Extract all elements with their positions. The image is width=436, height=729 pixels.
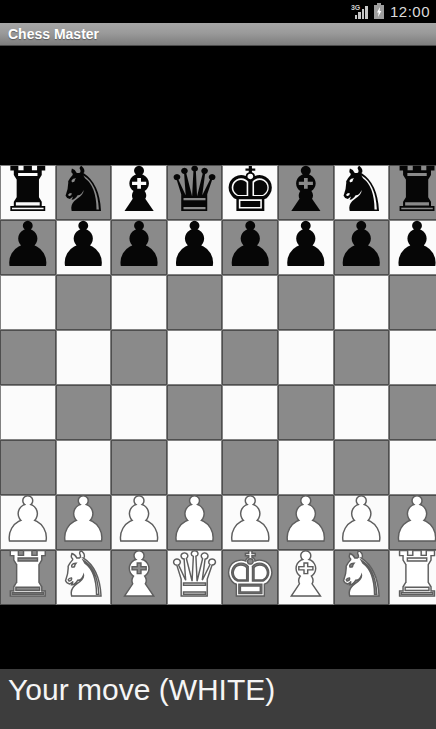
square-a4[interactable] bbox=[0, 385, 56, 440]
square-d3[interactable] bbox=[167, 440, 223, 495]
square-c6[interactable] bbox=[111, 275, 167, 330]
square-h8[interactable]: ♜ bbox=[389, 165, 436, 220]
piece-black-pawn: ♟ bbox=[0, 217, 56, 272]
piece-white-knight: ♞ bbox=[56, 547, 112, 602]
piece-black-knight: ♞ bbox=[334, 162, 390, 217]
piece-white-queen: ♛ bbox=[167, 547, 223, 602]
square-d2[interactable]: ♟ bbox=[167, 495, 223, 550]
square-d5[interactable] bbox=[167, 330, 223, 385]
piece-white-rook: ♜ bbox=[0, 547, 56, 602]
square-a1[interactable]: ♜ bbox=[0, 550, 56, 605]
battery-charging-icon bbox=[373, 3, 385, 20]
square-b6[interactable] bbox=[56, 275, 112, 330]
square-g6[interactable] bbox=[334, 275, 390, 330]
square-c1[interactable]: ♝ bbox=[111, 550, 167, 605]
square-b2[interactable]: ♟ bbox=[56, 495, 112, 550]
square-b5[interactable] bbox=[56, 330, 112, 385]
piece-black-pawn: ♟ bbox=[111, 217, 167, 272]
piece-black-bishop: ♝ bbox=[278, 162, 334, 217]
square-a7[interactable]: ♟ bbox=[0, 220, 56, 275]
piece-black-king: ♚ bbox=[222, 162, 278, 217]
piece-black-rook: ♜ bbox=[0, 162, 56, 217]
chess-board: ♜♞♝♛♚♝♞♜♟♟♟♟♟♟♟♟♟♟♟♟♟♟♟♟♜♞♝♛♚♝♞♜ bbox=[0, 165, 436, 605]
piece-white-pawn: ♟ bbox=[222, 492, 278, 547]
piece-black-rook: ♜ bbox=[389, 162, 436, 217]
piece-white-pawn: ♟ bbox=[278, 492, 334, 547]
square-f2[interactable]: ♟ bbox=[278, 495, 334, 550]
square-e6[interactable] bbox=[222, 275, 278, 330]
square-a5[interactable] bbox=[0, 330, 56, 385]
square-c3[interactable] bbox=[111, 440, 167, 495]
square-c2[interactable]: ♟ bbox=[111, 495, 167, 550]
square-f7[interactable]: ♟ bbox=[278, 220, 334, 275]
piece-black-pawn: ♟ bbox=[334, 217, 390, 272]
square-c8[interactable]: ♝ bbox=[111, 165, 167, 220]
piece-black-pawn: ♟ bbox=[56, 217, 112, 272]
square-f6[interactable] bbox=[278, 275, 334, 330]
piece-white-knight: ♞ bbox=[334, 547, 390, 602]
square-e1[interactable]: ♚ bbox=[222, 550, 278, 605]
square-h3[interactable] bbox=[389, 440, 436, 495]
square-b4[interactable] bbox=[56, 385, 112, 440]
piece-white-pawn: ♟ bbox=[167, 492, 223, 547]
square-e5[interactable] bbox=[222, 330, 278, 385]
piece-white-king: ♚ bbox=[222, 547, 278, 602]
square-f1[interactable]: ♝ bbox=[278, 550, 334, 605]
square-d8[interactable]: ♛ bbox=[167, 165, 223, 220]
square-g5[interactable] bbox=[334, 330, 390, 385]
square-c7[interactable]: ♟ bbox=[111, 220, 167, 275]
square-b3[interactable] bbox=[56, 440, 112, 495]
square-e7[interactable]: ♟ bbox=[222, 220, 278, 275]
move-status-text: Your move (WHITE) bbox=[8, 673, 275, 707]
piece-black-knight: ♞ bbox=[56, 162, 112, 217]
piece-white-pawn: ♟ bbox=[389, 492, 436, 547]
square-h4[interactable] bbox=[389, 385, 436, 440]
square-e8[interactable]: ♚ bbox=[222, 165, 278, 220]
piece-black-pawn: ♟ bbox=[167, 217, 223, 272]
square-h2[interactable]: ♟ bbox=[389, 495, 436, 550]
square-g8[interactable]: ♞ bbox=[334, 165, 390, 220]
square-f8[interactable]: ♝ bbox=[278, 165, 334, 220]
square-e3[interactable] bbox=[222, 440, 278, 495]
piece-black-pawn: ♟ bbox=[389, 217, 436, 272]
square-d6[interactable] bbox=[167, 275, 223, 330]
square-f3[interactable] bbox=[278, 440, 334, 495]
move-status-bar: Your move (WHITE) bbox=[0, 669, 436, 729]
square-g3[interactable] bbox=[334, 440, 390, 495]
piece-white-rook: ♜ bbox=[389, 547, 436, 602]
square-b1[interactable]: ♞ bbox=[56, 550, 112, 605]
piece-white-pawn: ♟ bbox=[111, 492, 167, 547]
square-g2[interactable]: ♟ bbox=[334, 495, 390, 550]
square-b8[interactable]: ♞ bbox=[56, 165, 112, 220]
piece-white-bishop: ♝ bbox=[111, 547, 167, 602]
square-c5[interactable] bbox=[111, 330, 167, 385]
piece-white-bishop: ♝ bbox=[278, 547, 334, 602]
square-h5[interactable] bbox=[389, 330, 436, 385]
piece-black-pawn: ♟ bbox=[278, 217, 334, 272]
square-g7[interactable]: ♟ bbox=[334, 220, 390, 275]
app-title: Chess Master bbox=[8, 26, 99, 42]
phone-screen: 3G 12:00 Chess Master ♜♞♝♛♚♝♞♜♟♟♟♟♟♟♟♟♟♟… bbox=[0, 0, 436, 729]
square-e2[interactable]: ♟ bbox=[222, 495, 278, 550]
clock: 12:00 bbox=[390, 4, 430, 19]
piece-black-bishop: ♝ bbox=[111, 162, 167, 217]
square-a6[interactable] bbox=[0, 275, 56, 330]
square-f4[interactable] bbox=[278, 385, 334, 440]
piece-white-pawn: ♟ bbox=[0, 492, 56, 547]
square-g1[interactable]: ♞ bbox=[334, 550, 390, 605]
piece-black-pawn: ♟ bbox=[222, 217, 278, 272]
square-g4[interactable] bbox=[334, 385, 390, 440]
status-bar: 3G 12:00 bbox=[0, 0, 436, 23]
square-h1[interactable]: ♜ bbox=[389, 550, 436, 605]
piece-black-queen: ♛ bbox=[167, 162, 223, 217]
square-e4[interactable] bbox=[222, 385, 278, 440]
signal-strength-icon: 3G bbox=[351, 4, 368, 20]
square-b7[interactable]: ♟ bbox=[56, 220, 112, 275]
piece-white-pawn: ♟ bbox=[56, 492, 112, 547]
square-h7[interactable]: ♟ bbox=[389, 220, 436, 275]
square-d1[interactable]: ♛ bbox=[167, 550, 223, 605]
square-d7[interactable]: ♟ bbox=[167, 220, 223, 275]
square-d4[interactable] bbox=[167, 385, 223, 440]
square-f5[interactable] bbox=[278, 330, 334, 385]
square-a2[interactable]: ♟ bbox=[0, 495, 56, 550]
square-c4[interactable] bbox=[111, 385, 167, 440]
app-title-bar: Chess Master bbox=[0, 23, 436, 46]
square-h6[interactable] bbox=[389, 275, 436, 330]
piece-white-pawn: ♟ bbox=[334, 492, 390, 547]
signal-bars-icon bbox=[355, 6, 368, 19]
square-a8[interactable]: ♜ bbox=[0, 165, 56, 220]
square-a3[interactable] bbox=[0, 440, 56, 495]
